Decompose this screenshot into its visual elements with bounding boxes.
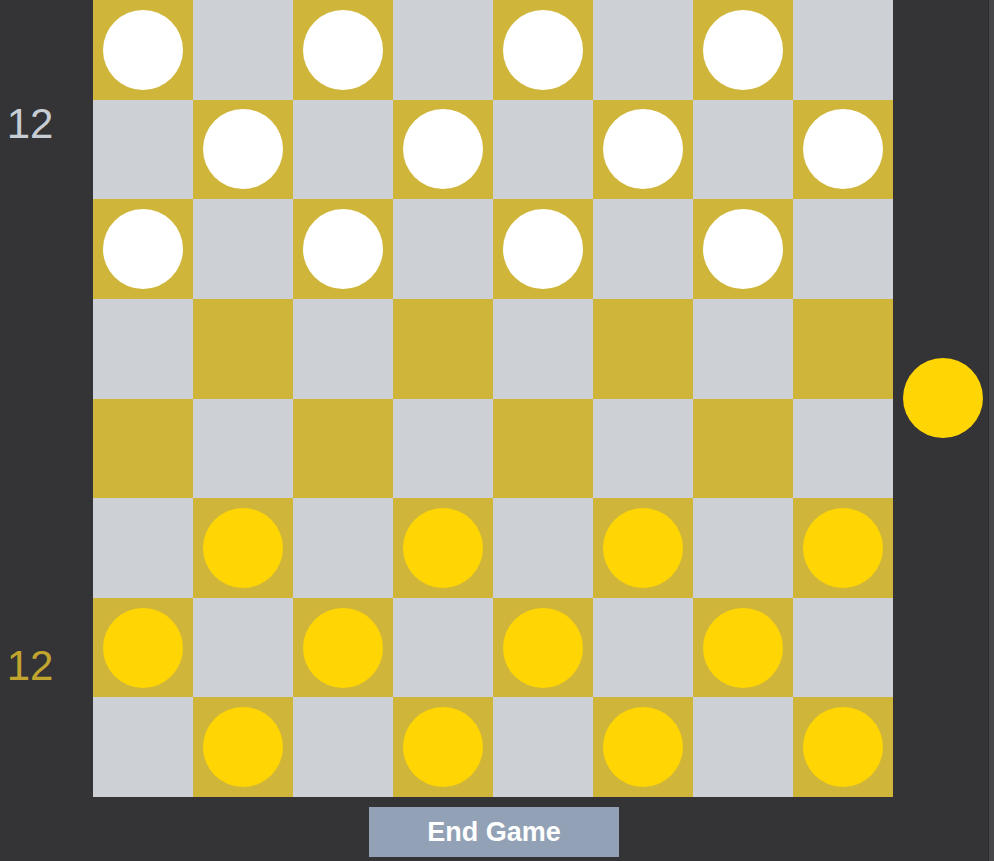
board-square-r6c1[interactable] bbox=[193, 598, 293, 698]
checker-piece-white[interactable] bbox=[303, 10, 383, 90]
board-square-r2c2[interactable] bbox=[293, 199, 393, 299]
checker-piece-white[interactable] bbox=[503, 10, 583, 90]
board-square-r0c5[interactable] bbox=[593, 0, 693, 100]
board-square-r7c0[interactable] bbox=[93, 697, 193, 797]
board-square-r4c7[interactable] bbox=[793, 399, 893, 499]
checker-piece-white[interactable] bbox=[303, 209, 383, 289]
board-square-r2c5[interactable] bbox=[593, 199, 693, 299]
board-square-r0c3[interactable] bbox=[393, 0, 493, 100]
board-square-r1c3[interactable] bbox=[393, 100, 493, 200]
checker-piece-white[interactable] bbox=[203, 109, 283, 189]
board-square-r1c7[interactable] bbox=[793, 100, 893, 200]
board-square-r0c7[interactable] bbox=[793, 0, 893, 100]
board-square-r7c3[interactable] bbox=[393, 697, 493, 797]
board-square-r3c1[interactable] bbox=[193, 299, 293, 399]
end-game-button[interactable]: End Game bbox=[369, 807, 619, 857]
board-square-r5c2[interactable] bbox=[293, 498, 393, 598]
checker-piece-yellow[interactable] bbox=[503, 608, 583, 688]
board-square-r5c1[interactable] bbox=[193, 498, 293, 598]
board-square-r3c2[interactable] bbox=[293, 299, 393, 399]
checker-piece-yellow[interactable] bbox=[303, 608, 383, 688]
board-square-r3c7[interactable] bbox=[793, 299, 893, 399]
checker-piece-yellow[interactable] bbox=[403, 707, 483, 787]
checker-piece-white[interactable] bbox=[503, 209, 583, 289]
board-square-r5c0[interactable] bbox=[93, 498, 193, 598]
board-square-r5c3[interactable] bbox=[393, 498, 493, 598]
checker-piece-yellow[interactable] bbox=[203, 707, 283, 787]
board-square-r7c6[interactable] bbox=[693, 697, 793, 797]
board-square-r6c0[interactable] bbox=[93, 598, 193, 698]
board-square-r0c4[interactable] bbox=[493, 0, 593, 100]
board-square-r4c0[interactable] bbox=[93, 399, 193, 499]
board-square-r3c4[interactable] bbox=[493, 299, 593, 399]
board-square-r7c5[interactable] bbox=[593, 697, 693, 797]
yellow-piece-count: 12 bbox=[4, 642, 56, 690]
checker-piece-yellow[interactable] bbox=[803, 508, 883, 588]
board-square-r0c1[interactable] bbox=[193, 0, 293, 100]
board-square-r5c5[interactable] bbox=[593, 498, 693, 598]
turn-indicator bbox=[903, 358, 983, 438]
board-square-r6c2[interactable] bbox=[293, 598, 393, 698]
board-square-r4c3[interactable] bbox=[393, 399, 493, 499]
board-square-r4c2[interactable] bbox=[293, 399, 393, 499]
board-square-r1c0[interactable] bbox=[93, 100, 193, 200]
white-piece-count: 12 bbox=[4, 100, 56, 148]
board-square-r6c5[interactable] bbox=[593, 598, 693, 698]
board-square-r3c3[interactable] bbox=[393, 299, 493, 399]
board-square-r0c6[interactable] bbox=[693, 0, 793, 100]
board-square-r6c4[interactable] bbox=[493, 598, 593, 698]
checkers-app: 12 12 End Game bbox=[0, 0, 994, 861]
checker-piece-yellow[interactable] bbox=[203, 508, 283, 588]
board-square-r4c4[interactable] bbox=[493, 399, 593, 499]
board-square-r2c3[interactable] bbox=[393, 199, 493, 299]
checker-piece-yellow[interactable] bbox=[603, 508, 683, 588]
board-square-r5c7[interactable] bbox=[793, 498, 893, 598]
board-square-r4c1[interactable] bbox=[193, 399, 293, 499]
checker-piece-yellow[interactable] bbox=[103, 608, 183, 688]
board-square-r1c1[interactable] bbox=[193, 100, 293, 200]
board-square-r3c6[interactable] bbox=[693, 299, 793, 399]
board-square-r2c7[interactable] bbox=[793, 199, 893, 299]
board-square-r5c4[interactable] bbox=[493, 498, 593, 598]
board-square-r0c0[interactable] bbox=[93, 0, 193, 100]
board-square-r2c0[interactable] bbox=[93, 199, 193, 299]
board-square-r3c5[interactable] bbox=[593, 299, 693, 399]
checker-piece-white[interactable] bbox=[603, 109, 683, 189]
board-square-r6c6[interactable] bbox=[693, 598, 793, 698]
board-square-r1c6[interactable] bbox=[693, 100, 793, 200]
board-square-r6c3[interactable] bbox=[393, 598, 493, 698]
board-square-r0c2[interactable] bbox=[293, 0, 393, 100]
board-square-r6c7[interactable] bbox=[793, 598, 893, 698]
checker-piece-white[interactable] bbox=[703, 10, 783, 90]
checker-piece-white[interactable] bbox=[403, 109, 483, 189]
checker-piece-white[interactable] bbox=[103, 209, 183, 289]
checkers-board bbox=[93, 0, 893, 797]
board-square-r2c4[interactable] bbox=[493, 199, 593, 299]
board-square-r2c1[interactable] bbox=[193, 199, 293, 299]
board-square-r7c2[interactable] bbox=[293, 697, 393, 797]
board-square-r3c0[interactable] bbox=[93, 299, 193, 399]
board-square-r1c2[interactable] bbox=[293, 100, 393, 200]
board-square-r7c1[interactable] bbox=[193, 697, 293, 797]
checker-piece-white[interactable] bbox=[103, 10, 183, 90]
checker-piece-yellow[interactable] bbox=[703, 608, 783, 688]
checker-piece-yellow[interactable] bbox=[803, 707, 883, 787]
checker-piece-white[interactable] bbox=[803, 109, 883, 189]
board-square-r4c6[interactable] bbox=[693, 399, 793, 499]
checker-piece-yellow[interactable] bbox=[603, 707, 683, 787]
board-square-r2c6[interactable] bbox=[693, 199, 793, 299]
board-square-r5c6[interactable] bbox=[693, 498, 793, 598]
board-square-r7c7[interactable] bbox=[793, 697, 893, 797]
checker-piece-yellow[interactable] bbox=[403, 508, 483, 588]
board-square-r1c5[interactable] bbox=[593, 100, 693, 200]
scrollbar[interactable] bbox=[988, 0, 994, 861]
board-square-r4c5[interactable] bbox=[593, 399, 693, 499]
board-square-r1c4[interactable] bbox=[493, 100, 593, 200]
checker-piece-white[interactable] bbox=[703, 209, 783, 289]
board-square-r7c4[interactable] bbox=[493, 697, 593, 797]
